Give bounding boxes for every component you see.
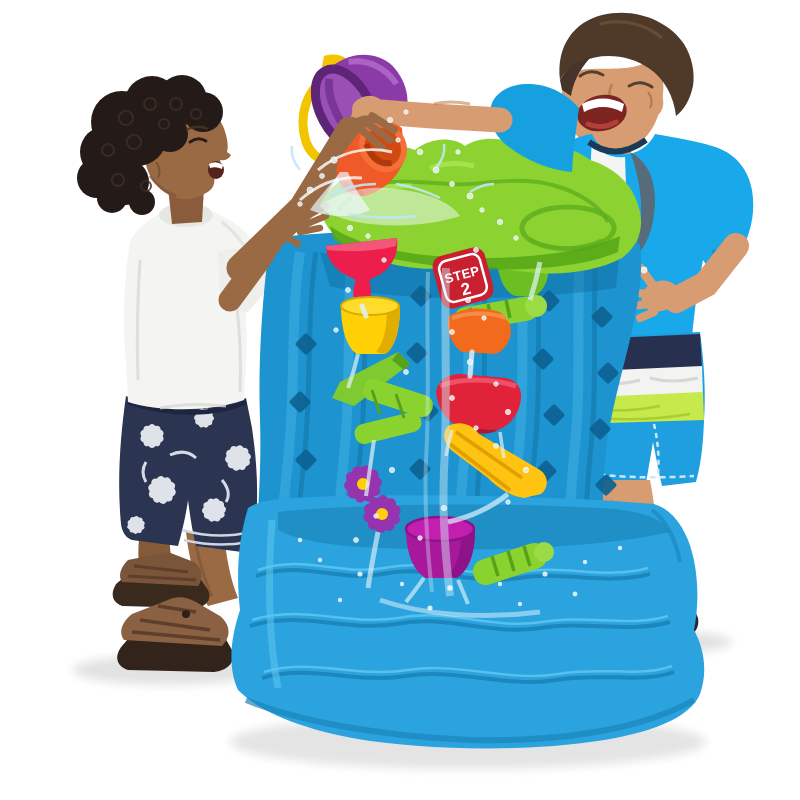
central-waterfall <box>443 268 450 596</box>
right-child-forearm <box>380 112 500 120</box>
product-photo-step2-waterfall-wall: STEP 2 <box>0 0 800 800</box>
yellow-cup <box>341 297 400 354</box>
orange-scoop <box>448 309 511 354</box>
scene-illustration: STEP 2 <box>0 0 800 800</box>
